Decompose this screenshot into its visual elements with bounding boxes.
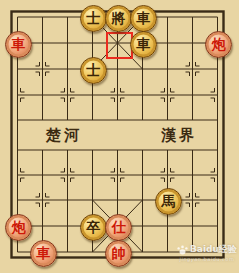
piece-black-advisor-1[interactable]: 士: [80, 5, 107, 32]
piece-red-chariot-1[interactable]: 車: [5, 31, 32, 58]
piece-red-chariot-2[interactable]: 車: [30, 240, 57, 267]
piece-black-chariot-1[interactable]: 車: [130, 5, 157, 32]
xiangqi-board: 楚河 漢界 士將車車士馬卒車炮炮仕車帥 Baidu经验 jingyan.baid…: [0, 0, 239, 273]
watermark-brand: Baidu经验: [190, 243, 237, 256]
piece-black-advisor-2[interactable]: 士: [80, 57, 107, 84]
piece-red-advisor[interactable]: 仕: [105, 214, 132, 241]
piece-black-soldier[interactable]: 卒: [80, 214, 107, 241]
watermark-subtext: jingyan.baidu.com: [177, 256, 237, 262]
paw-icon: [177, 245, 188, 255]
river-label-left: 楚河: [46, 126, 82, 145]
river-label-right: 漢界: [161, 126, 197, 145]
baidu-watermark: Baidu经验 jingyan.baidu.com: [177, 243, 237, 262]
piece-black-general[interactable]: 將: [105, 5, 132, 32]
piece-black-chariot-2[interactable]: 車: [130, 31, 157, 58]
piece-red-cannon-1[interactable]: 炮: [205, 31, 232, 58]
piece-red-cannon-2[interactable]: 炮: [5, 214, 32, 241]
piece-black-horse[interactable]: 馬: [155, 188, 182, 215]
last-move-highlight: [106, 32, 133, 59]
piece-red-general[interactable]: 帥: [105, 240, 132, 267]
